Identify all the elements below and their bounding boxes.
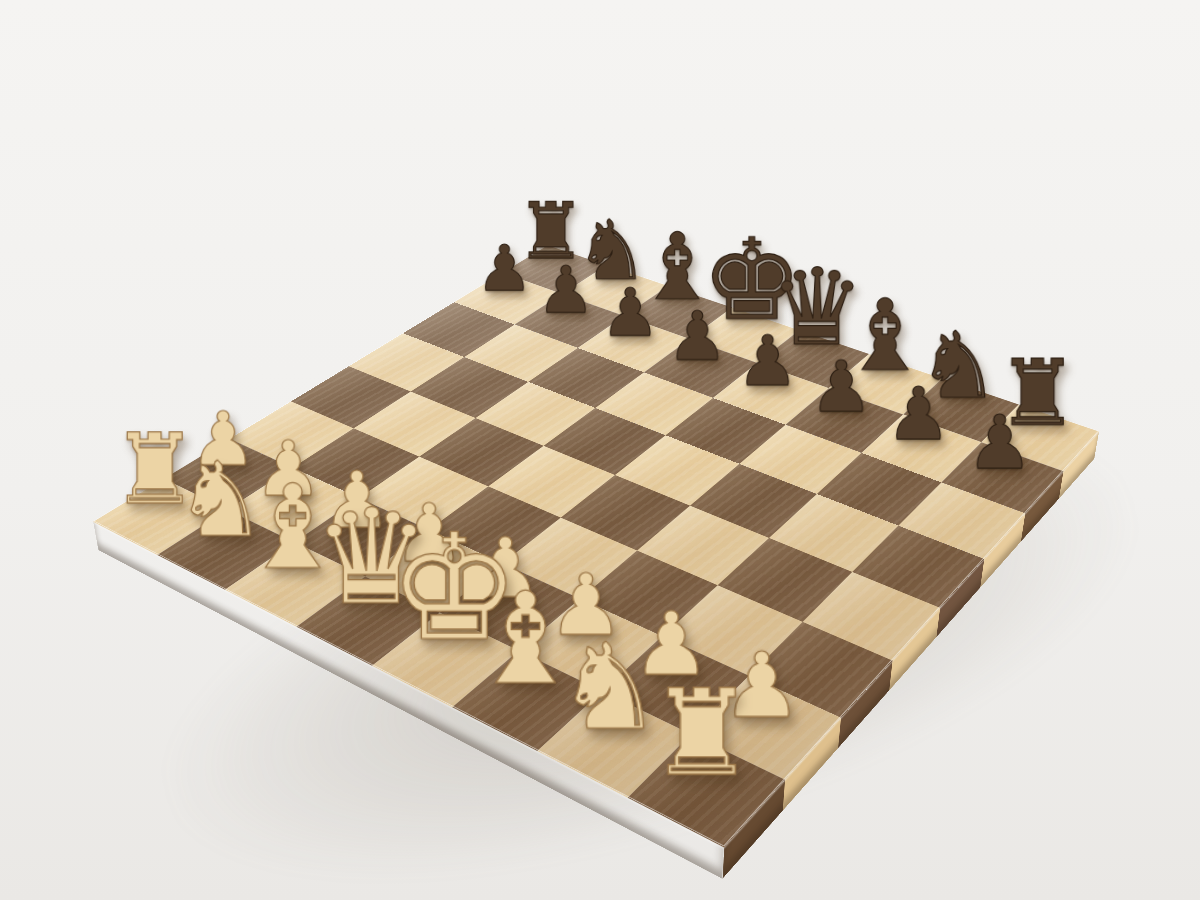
black-bishop-glyph: ♝ (636, 222, 714, 314)
piece-white-pawn-a2: ♟ (178, 402, 268, 476)
white-pawn-glyph: ♟ (178, 402, 268, 476)
piece-white-rook-a1: ♜ (108, 421, 201, 518)
piece-black-bishop-c8: ♝ (636, 222, 714, 314)
piece-black-queen-e8: ♛ (770, 254, 851, 360)
black-knight-glyph: ♞ (916, 320, 1001, 412)
piece-black-rook-a8: ♜ (514, 192, 589, 270)
black-rook-glyph: ♜ (514, 192, 589, 270)
white-rook-glyph: ♜ (108, 421, 201, 518)
photo-scene: ♜♞♝♚♛♝♞♜♟♟♟♟♟♟♟♟♟♟♟♟♟♟♟♟♜♞♝♛♚♝♞♜ (0, 0, 1200, 900)
perspective-container: ♜♞♝♚♛♝♞♜♟♟♟♟♟♟♟♟♟♟♟♟♟♟♟♟♜♞♝♛♚♝♞♜ (0, 0, 1200, 900)
black-knight-glyph: ♞ (574, 209, 650, 291)
piece-black-knight-b8: ♞ (574, 209, 650, 291)
board-grid: ♜♞♝♚♛♝♞♜♟♟♟♟♟♟♟♟♟♟♟♟♟♟♟♟♜♞♝♛♚♝♞♜ (93, 245, 1099, 847)
piece-black-knight-g8: ♞ (916, 320, 1001, 412)
chess-board: ♜♞♝♚♛♝♞♜♟♟♟♟♟♟♟♟♟♟♟♟♟♟♟♟♜♞♝♛♚♝♞♜ (93, 245, 1099, 847)
black-bishop-glyph: ♝ (841, 287, 924, 385)
black-rook-glyph: ♜ (994, 348, 1081, 439)
piece-black-rook-h8: ♜ (994, 348, 1081, 439)
black-queen-glyph: ♛ (770, 254, 851, 360)
piece-black-bishop-f8: ♝ (841, 287, 924, 385)
